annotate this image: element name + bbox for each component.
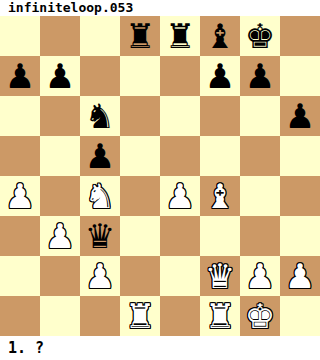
- square-e2[interactable]: [160, 256, 200, 296]
- square-b7[interactable]: ♟: [40, 56, 80, 96]
- square-h6[interactable]: ♟: [280, 96, 320, 136]
- black-pawn: ♟: [5, 56, 35, 96]
- square-f2[interactable]: ♛: [200, 256, 240, 296]
- square-a7[interactable]: ♟: [0, 56, 40, 96]
- square-g4[interactable]: [240, 176, 280, 216]
- square-e5[interactable]: [160, 136, 200, 176]
- square-b1[interactable]: [40, 296, 80, 336]
- white-king: ♚: [245, 296, 275, 336]
- white-pawn: ♟: [245, 256, 275, 296]
- square-e6[interactable]: [160, 96, 200, 136]
- white-rook: ♜: [205, 296, 235, 336]
- square-a6[interactable]: [0, 96, 40, 136]
- square-f5[interactable]: [200, 136, 240, 176]
- black-bishop: ♝: [205, 16, 235, 56]
- square-b4[interactable]: [40, 176, 80, 216]
- black-pawn: ♟: [245, 56, 275, 96]
- white-rook: ♜: [125, 296, 155, 336]
- black-pawn: ♟: [285, 96, 315, 136]
- square-f8[interactable]: ♝: [200, 16, 240, 56]
- white-bishop: ♝: [205, 176, 235, 216]
- square-b6[interactable]: [40, 96, 80, 136]
- square-d4[interactable]: [120, 176, 160, 216]
- square-c6[interactable]: ♞: [80, 96, 120, 136]
- square-b8[interactable]: [40, 16, 80, 56]
- square-f7[interactable]: ♟: [200, 56, 240, 96]
- white-pawn: ♟: [165, 176, 195, 216]
- white-pawn: ♟: [5, 176, 35, 216]
- square-d5[interactable]: [120, 136, 160, 176]
- square-g5[interactable]: [240, 136, 280, 176]
- square-a8[interactable]: [0, 16, 40, 56]
- square-d7[interactable]: [120, 56, 160, 96]
- square-h3[interactable]: [280, 216, 320, 256]
- square-g3[interactable]: [240, 216, 280, 256]
- square-f4[interactable]: ♝: [200, 176, 240, 216]
- square-e7[interactable]: [160, 56, 200, 96]
- square-b2[interactable]: [40, 256, 80, 296]
- square-a3[interactable]: [0, 216, 40, 256]
- chess-board: ♜♜♝♚♟♟♟♟♞♟♟♟♞♟♝♟♛♟♛♟♟♜♜♚: [0, 16, 320, 336]
- move-prompt: 1. ?: [0, 336, 320, 360]
- square-g7[interactable]: ♟: [240, 56, 280, 96]
- white-knight: ♞: [85, 176, 115, 216]
- square-b3[interactable]: ♟: [40, 216, 80, 256]
- square-c1[interactable]: [80, 296, 120, 336]
- square-d2[interactable]: [120, 256, 160, 296]
- white-pawn: ♟: [85, 256, 115, 296]
- square-h5[interactable]: [280, 136, 320, 176]
- square-d6[interactable]: [120, 96, 160, 136]
- square-d3[interactable]: [120, 216, 160, 256]
- square-h1[interactable]: [280, 296, 320, 336]
- square-e4[interactable]: ♟: [160, 176, 200, 216]
- square-e3[interactable]: [160, 216, 200, 256]
- white-pawn: ♟: [285, 256, 315, 296]
- square-a5[interactable]: [0, 136, 40, 176]
- square-a1[interactable]: [0, 296, 40, 336]
- white-queen: ♛: [205, 256, 235, 296]
- square-g6[interactable]: [240, 96, 280, 136]
- square-h4[interactable]: [280, 176, 320, 216]
- square-h2[interactable]: ♟: [280, 256, 320, 296]
- square-a2[interactable]: [0, 256, 40, 296]
- square-d8[interactable]: ♜: [120, 16, 160, 56]
- white-pawn: ♟: [45, 216, 75, 256]
- square-d1[interactable]: ♜: [120, 296, 160, 336]
- square-a4[interactable]: ♟: [0, 176, 40, 216]
- square-f1[interactable]: ♜: [200, 296, 240, 336]
- square-c4[interactable]: ♞: [80, 176, 120, 216]
- square-h8[interactable]: [280, 16, 320, 56]
- black-rook: ♜: [165, 16, 195, 56]
- square-f6[interactable]: [200, 96, 240, 136]
- square-c3[interactable]: ♛: [80, 216, 120, 256]
- black-pawn: ♟: [85, 136, 115, 176]
- square-e8[interactable]: ♜: [160, 16, 200, 56]
- square-e1[interactable]: [160, 296, 200, 336]
- black-queen: ♛: [85, 216, 115, 256]
- black-king: ♚: [245, 16, 275, 56]
- square-g8[interactable]: ♚: [240, 16, 280, 56]
- puzzle-title: infiniteloop.053: [0, 0, 320, 16]
- black-rook: ♜: [125, 16, 155, 56]
- black-pawn: ♟: [205, 56, 235, 96]
- square-f3[interactable]: [200, 216, 240, 256]
- black-knight: ♞: [85, 96, 115, 136]
- square-g2[interactable]: ♟: [240, 256, 280, 296]
- square-h7[interactable]: [280, 56, 320, 96]
- square-c2[interactable]: ♟: [80, 256, 120, 296]
- square-c8[interactable]: [80, 16, 120, 56]
- square-g1[interactable]: ♚: [240, 296, 280, 336]
- square-c5[interactable]: ♟: [80, 136, 120, 176]
- square-b5[interactable]: [40, 136, 80, 176]
- black-pawn: ♟: [45, 56, 75, 96]
- square-c7[interactable]: [80, 56, 120, 96]
